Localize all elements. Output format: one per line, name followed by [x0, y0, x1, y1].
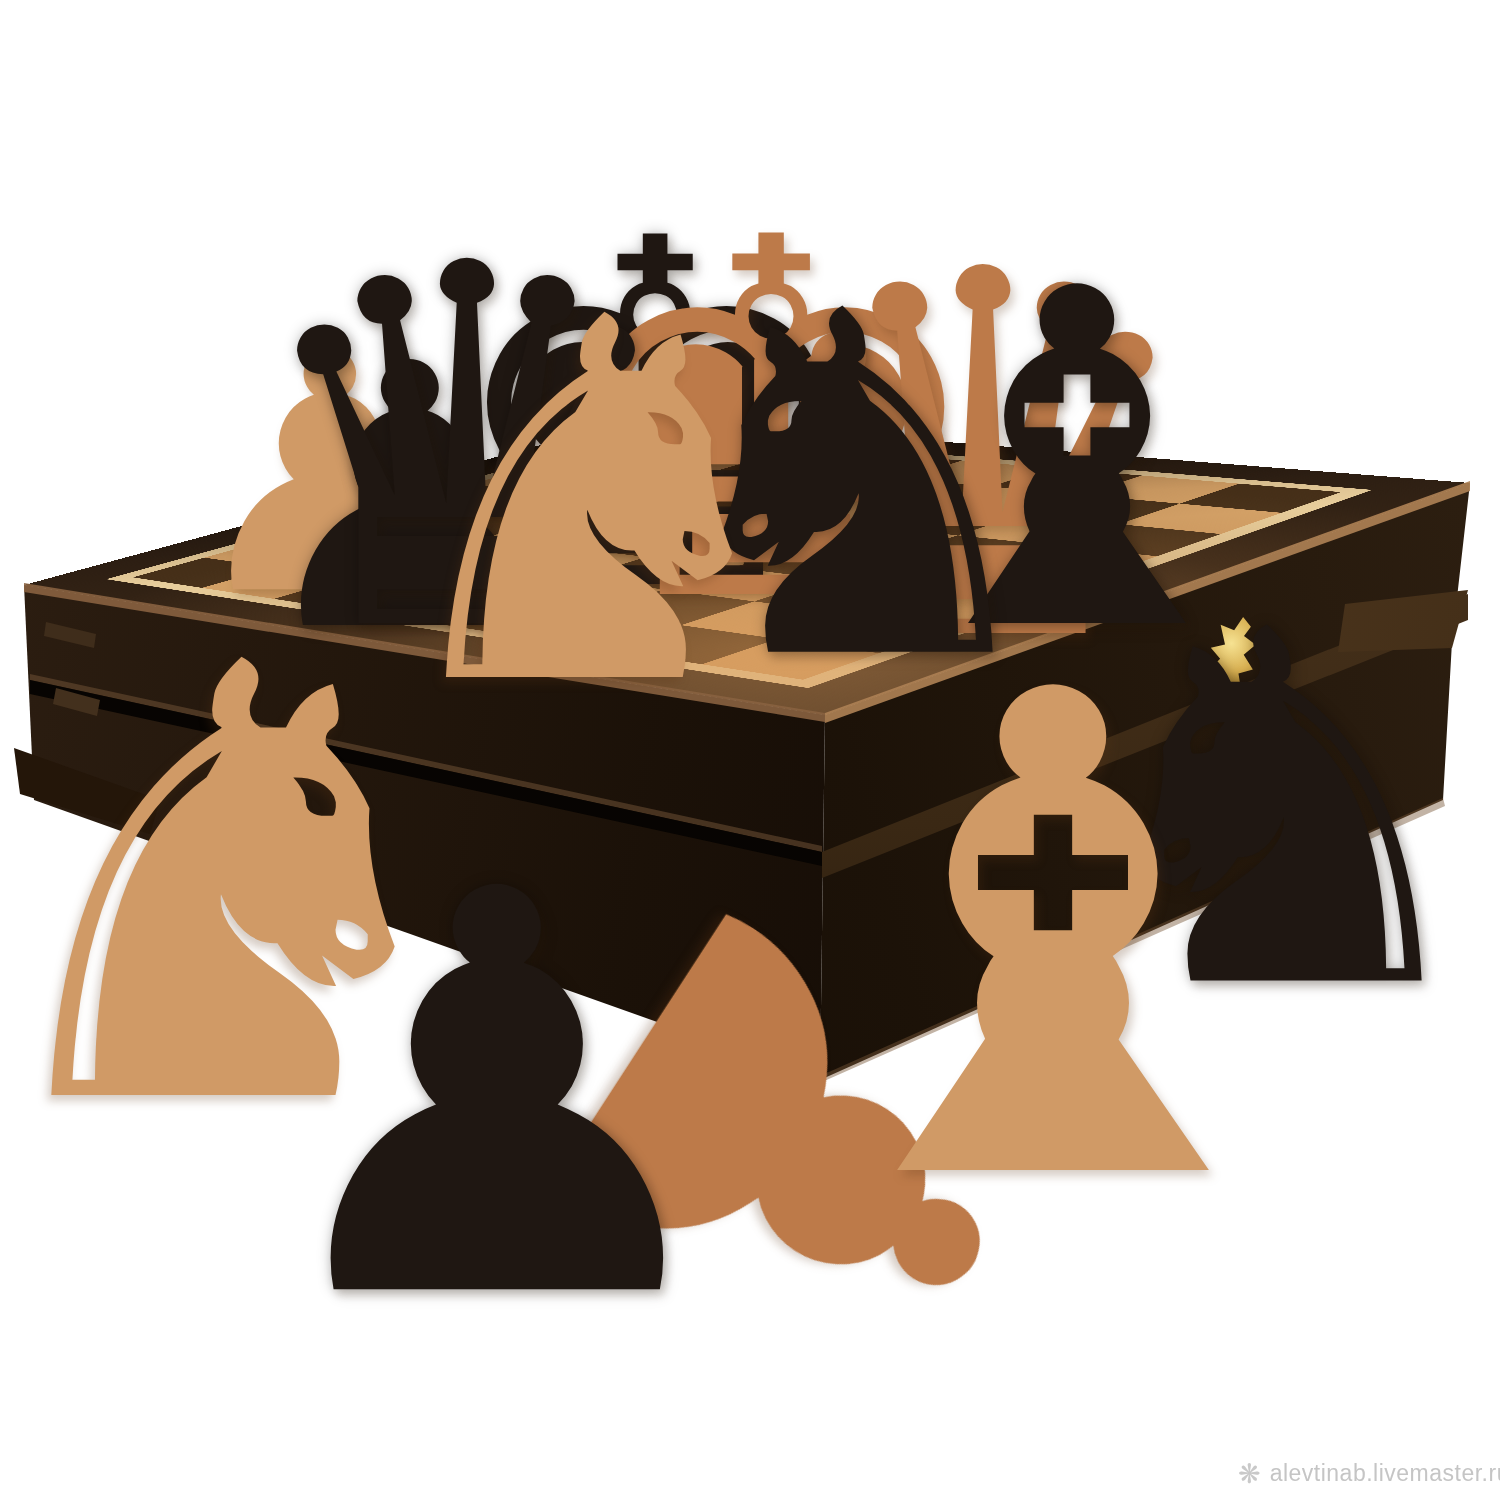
white-bishop-floor: ♝: [755, 608, 1351, 1273]
watermark: ❋ alevtinab.livemaster.ru: [1238, 1460, 1500, 1487]
snowflake-flower-icon: ❋: [1238, 1460, 1261, 1487]
black-pawn-floor: ♟: [248, 820, 746, 1375]
chess-set-photo: ♟♟♛♞♚♚♞♛♝♞♟♟♝♞ ❋ alevtinab.livemaster.ru: [0, 0, 1500, 1500]
watermark-text: alevtinab.livemaster.ru: [1270, 1460, 1500, 1487]
